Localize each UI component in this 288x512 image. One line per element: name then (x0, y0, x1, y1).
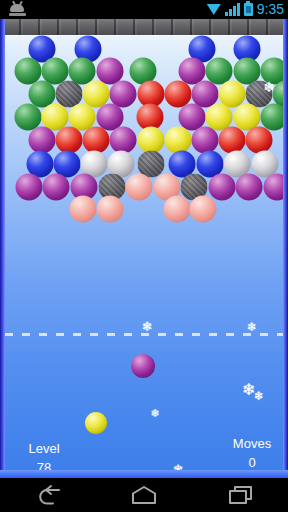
bubble-purple (110, 127, 137, 154)
next-shot-yellow[interactable] (85, 412, 107, 434)
bubble-purple (209, 174, 236, 201)
bubble-purple (43, 174, 70, 201)
android-nav-bar (0, 478, 288, 512)
battery-icon (244, 3, 253, 16)
bubble-pink (190, 196, 217, 223)
bubble-purple (236, 174, 263, 201)
current-shot-purple[interactable] (131, 354, 155, 378)
snowflake-icon: ❄ (254, 389, 264, 403)
bubble-yellow (165, 127, 192, 154)
home-icon (131, 484, 157, 506)
bubble-purple (29, 127, 56, 154)
snowflake-icon: ❄ (247, 320, 257, 334)
bubble-purple (16, 174, 43, 201)
home-button[interactable] (114, 482, 174, 508)
moves-label: Moves (221, 434, 283, 453)
phone-screen: 9:35 ❄❄❄❄❄❄❄ Level 78 Moves 0 (0, 0, 288, 512)
status-icons: 9:35 (207, 0, 284, 19)
wifi-icon (207, 4, 221, 15)
bubble-red (219, 127, 246, 154)
back-icon (35, 484, 61, 506)
bubble-red (246, 127, 273, 154)
snowflake-icon: ❄ (150, 407, 159, 420)
bubble-pink (70, 196, 97, 223)
back-button[interactable] (18, 482, 78, 508)
bubble-red (83, 127, 110, 154)
android-logo-icon (9, 3, 27, 16)
recents-icon (227, 484, 253, 506)
playfield-border-right (283, 19, 288, 478)
playfield-border-left (0, 19, 5, 478)
snowflake-icon: ❄ (263, 79, 275, 95)
bubble-pink (164, 196, 191, 223)
snowflake-icon: ❄ (142, 319, 153, 334)
stone-wall (0, 19, 288, 35)
level-label: Level (13, 439, 75, 458)
bubble-yellow (138, 127, 165, 154)
android-status-bar: 9:35 (0, 0, 288, 19)
signal-strength-icon (225, 3, 240, 16)
bubble-red (56, 127, 83, 154)
game-playfield[interactable]: ❄❄❄❄❄❄❄ Level 78 Moves 0 (0, 19, 288, 478)
bubble-pink (97, 196, 124, 223)
status-clock: 9:35 (257, 0, 284, 19)
bubble-purple (192, 127, 219, 154)
bubble-pink (126, 174, 153, 201)
playfield-border-bottom (0, 470, 288, 478)
recents-button[interactable] (210, 482, 270, 508)
moves-indicator: Moves 0 (221, 434, 283, 472)
